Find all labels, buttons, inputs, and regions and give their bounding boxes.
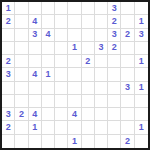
cell-r1c4[interactable] [42, 2, 55, 15]
cell-r9c10[interactable] [121, 108, 134, 121]
cell-r8c7[interactable] [82, 95, 95, 108]
cell-r5c1[interactable]: 2 [2, 55, 15, 68]
cell-r6c1[interactable]: 3 [2, 68, 15, 81]
cell-r2c6[interactable] [68, 15, 81, 28]
cell-r6c7[interactable] [82, 68, 95, 81]
cell-r10c2[interactable] [15, 121, 28, 134]
cell-r5c10[interactable] [121, 55, 134, 68]
cell-r1c10[interactable] [121, 2, 134, 15]
cell-r4c1[interactable] [2, 42, 15, 55]
cell-r11c4[interactable] [42, 135, 55, 148]
cell-r11c7[interactable] [82, 135, 95, 148]
cell-r2c3[interactable]: 4 [29, 15, 42, 28]
cell-r5c7[interactable]: 2 [82, 55, 95, 68]
cell-r9c5[interactable] [55, 108, 68, 121]
cell-r3c9[interactable]: 3 [108, 29, 121, 42]
cell-r8c8[interactable] [95, 95, 108, 108]
cell-r8c6[interactable] [68, 95, 81, 108]
cell-r4c11[interactable] [135, 42, 148, 55]
cell-r4c4[interactable] [42, 42, 55, 55]
cell-r5c3[interactable] [29, 55, 42, 68]
cell-r9c6[interactable]: 4 [68, 108, 81, 121]
cell-r4c10[interactable] [121, 42, 134, 55]
cell-r2c8[interactable] [95, 15, 108, 28]
cell-r5c2[interactable] [15, 55, 28, 68]
cell-r5c5[interactable] [55, 55, 68, 68]
cell-r2c1[interactable]: 2 [2, 15, 15, 28]
cell-r7c1[interactable] [2, 82, 15, 95]
cell-r2c2[interactable] [15, 15, 28, 28]
cell-r6c10[interactable] [121, 68, 134, 81]
cell-r10c8[interactable] [95, 121, 108, 134]
cell-r1c6[interactable] [68, 2, 81, 15]
cell-r3c6[interactable] [68, 29, 81, 42]
cell-r9c11[interactable] [135, 108, 148, 121]
cell-r7c7[interactable] [82, 82, 95, 95]
cell-r8c5[interactable] [55, 95, 68, 108]
cell-r6c3[interactable]: 4 [29, 68, 42, 81]
cell-r1c1[interactable]: 1 [2, 2, 15, 15]
cell-r3c10[interactable]: 2 [121, 29, 134, 42]
cell-r10c6[interactable] [68, 121, 81, 134]
cell-r4c2[interactable] [15, 42, 28, 55]
cell-r4c6[interactable]: 1 [68, 42, 81, 55]
cell-r7c11[interactable]: 1 [135, 82, 148, 95]
cell-r7c4[interactable] [42, 82, 55, 95]
cell-r10c4[interactable] [42, 121, 55, 134]
cell-r6c8[interactable] [95, 68, 108, 81]
cell-r11c10[interactable]: 2 [121, 135, 134, 148]
cell-r10c10[interactable] [121, 121, 134, 134]
cell-r1c5[interactable] [55, 2, 68, 15]
cell-r4c5[interactable] [55, 42, 68, 55]
cell-r10c7[interactable] [82, 121, 95, 134]
cell-r1c2[interactable] [15, 2, 28, 15]
cell-r7c6[interactable] [68, 82, 81, 95]
cell-r6c2[interactable] [15, 68, 28, 81]
cell-r3c8[interactable] [95, 29, 108, 42]
cell-r3c3[interactable]: 3 [29, 29, 42, 42]
cell-r4c8[interactable]: 3 [95, 42, 108, 55]
cell-r8c3[interactable] [29, 95, 42, 108]
cell-r2c10[interactable] [121, 15, 134, 28]
cell-r11c2[interactable] [15, 135, 28, 148]
cell-r4c9[interactable]: 2 [108, 42, 121, 55]
cell-r7c10[interactable]: 3 [121, 82, 134, 95]
cell-r2c11[interactable]: 1 [135, 15, 148, 28]
cell-r1c9[interactable]: 3 [108, 2, 121, 15]
cell-r11c6[interactable]: 1 [68, 135, 81, 148]
cell-r6c4[interactable]: 1 [42, 68, 55, 81]
cell-r7c9[interactable] [108, 82, 121, 95]
cell-r6c5[interactable] [55, 68, 68, 81]
cell-r8c9[interactable] [108, 95, 121, 108]
cell-r10c11[interactable]: 1 [135, 121, 148, 134]
cell-r11c1[interactable] [2, 135, 15, 148]
cell-r1c8[interactable] [95, 2, 108, 15]
cell-r8c4[interactable] [42, 95, 55, 108]
cell-r5c11[interactable]: 1 [135, 55, 148, 68]
cell-r6c9[interactable] [108, 68, 121, 81]
cell-r3c7[interactable] [82, 29, 95, 42]
cell-r6c6[interactable] [68, 68, 81, 81]
cell-r3c11[interactable]: 3 [135, 29, 148, 42]
cell-r3c1[interactable] [2, 29, 15, 42]
cell-r11c11[interactable] [135, 135, 148, 148]
cell-r2c9[interactable]: 2 [108, 15, 121, 28]
cell-r9c4[interactable] [42, 108, 55, 121]
cell-r7c8[interactable] [95, 82, 108, 95]
cell-r1c7[interactable] [82, 2, 95, 15]
cell-r5c8[interactable] [95, 55, 108, 68]
cell-r6c11[interactable] [135, 68, 148, 81]
cell-r8c11[interactable] [135, 95, 148, 108]
cell-r9c1[interactable]: 3 [2, 108, 15, 121]
cell-r11c8[interactable] [95, 135, 108, 148]
cell-r11c9[interactable] [108, 135, 121, 148]
cell-r5c4[interactable] [42, 55, 55, 68]
cell-r4c3[interactable] [29, 42, 42, 55]
cell-r9c7[interactable] [82, 108, 95, 121]
cell-r1c11[interactable] [135, 2, 148, 15]
cell-r9c3[interactable]: 4 [29, 108, 42, 121]
cell-r10c3[interactable]: 1 [29, 121, 42, 134]
cell-r8c1[interactable] [2, 95, 15, 108]
cell-r5c6[interactable] [68, 55, 81, 68]
cell-r9c8[interactable] [95, 108, 108, 121]
cell-r11c5[interactable] [55, 135, 68, 148]
cell-r10c9[interactable] [108, 121, 121, 134]
cell-r8c2[interactable] [15, 95, 28, 108]
cell-r11c3[interactable] [29, 135, 42, 148]
cell-r2c4[interactable] [42, 15, 55, 28]
cell-r7c2[interactable] [15, 82, 28, 95]
cell-r3c2[interactable] [15, 29, 28, 42]
cell-r2c7[interactable] [82, 15, 95, 28]
cell-r9c9[interactable] [108, 108, 121, 121]
cell-r4c7[interactable] [82, 42, 95, 55]
cell-r7c3[interactable] [29, 82, 42, 95]
cell-r8c10[interactable] [121, 95, 134, 108]
cell-r1c3[interactable] [29, 2, 42, 15]
cell-r2c5[interactable] [55, 15, 68, 28]
cell-r9c2[interactable]: 2 [15, 108, 28, 121]
cell-r7c5[interactable] [55, 82, 68, 95]
cell-r10c1[interactable]: 2 [2, 121, 15, 134]
cell-r10c5[interactable] [55, 121, 68, 134]
cell-r5c9[interactable] [108, 55, 121, 68]
cell-r3c5[interactable] [55, 29, 68, 42]
puzzle-board: 1324213432313222134131324421112 [0, 0, 150, 150]
cell-r3c4[interactable]: 4 [42, 29, 55, 42]
